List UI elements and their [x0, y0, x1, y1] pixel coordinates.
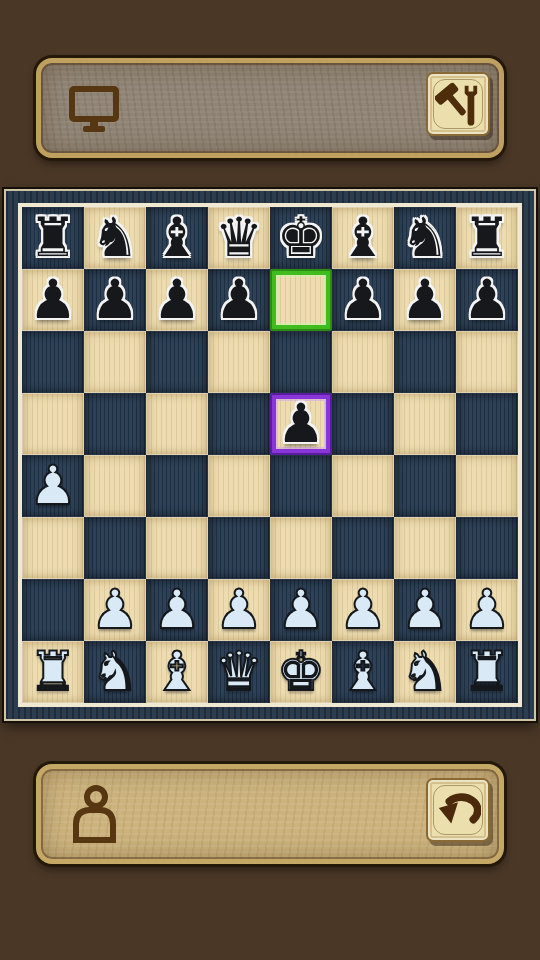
- square-e8[interactable]: ♚: [270, 207, 332, 269]
- undo-button[interactable]: [426, 778, 490, 842]
- piece-black-rook: ♜: [29, 207, 77, 269]
- piece-white-pawn: ♟: [91, 579, 139, 641]
- square-b7[interactable]: ♟: [84, 269, 146, 331]
- board-inner-border: ♜♞♝♛♚♝♞♜♟♟♟♟♟♟♟♟♟♟♟♟♟♟♟♟♜♞♝♛♚♝♞♜: [18, 203, 522, 707]
- square-g4[interactable]: [394, 455, 456, 517]
- square-b4[interactable]: [84, 455, 146, 517]
- square-b3[interactable]: [84, 517, 146, 579]
- square-c6[interactable]: [146, 331, 208, 393]
- piece-black-pawn: ♟: [29, 269, 77, 331]
- piece-black-pawn: ♟: [339, 269, 387, 331]
- app-screen: ♜♞♝♛♚♝♞♜♟♟♟♟♟♟♟♟♟♟♟♟♟♟♟♟♜♞♝♛♚♝♞♜: [0, 0, 540, 960]
- square-a7[interactable]: ♟: [22, 269, 84, 331]
- piece-white-pawn: ♟: [153, 579, 201, 641]
- piece-white-knight: ♞: [91, 641, 139, 703]
- square-h4[interactable]: [456, 455, 518, 517]
- square-e5[interactable]: ♟: [270, 393, 332, 455]
- piece-white-pawn: ♟: [401, 579, 449, 641]
- square-b2[interactable]: ♟: [84, 579, 146, 641]
- piece-white-pawn: ♟: [463, 579, 511, 641]
- square-c8[interactable]: ♝: [146, 207, 208, 269]
- piece-black-pawn: ♟: [153, 269, 201, 331]
- square-d6[interactable]: [208, 331, 270, 393]
- square-f1[interactable]: ♝: [332, 641, 394, 703]
- square-e3[interactable]: [270, 517, 332, 579]
- piece-white-pawn: ♟: [277, 579, 325, 641]
- human-player-icon-svg: [68, 784, 120, 844]
- piece-white-queen: ♛: [215, 641, 263, 703]
- piece-white-knight: ♞: [401, 641, 449, 703]
- undo-icon: [435, 787, 481, 833]
- square-d7[interactable]: ♟: [208, 269, 270, 331]
- bottom-bar: [36, 764, 504, 864]
- square-a3[interactable]: [22, 517, 84, 579]
- square-e1[interactable]: ♚: [270, 641, 332, 703]
- square-h8[interactable]: ♜: [456, 207, 518, 269]
- square-a1[interactable]: ♜: [22, 641, 84, 703]
- square-g7[interactable]: ♟: [394, 269, 456, 331]
- square-f2[interactable]: ♟: [332, 579, 394, 641]
- chess-board: ♜♞♝♛♚♝♞♜♟♟♟♟♟♟♟♟♟♟♟♟♟♟♟♟♜♞♝♛♚♝♞♜: [4, 189, 536, 721]
- piece-black-knight: ♞: [91, 207, 139, 269]
- square-h2[interactable]: ♟: [456, 579, 518, 641]
- piece-black-knight: ♞: [401, 207, 449, 269]
- square-f8[interactable]: ♝: [332, 207, 394, 269]
- square-b6[interactable]: [84, 331, 146, 393]
- square-a6[interactable]: [22, 331, 84, 393]
- square-e6[interactable]: [270, 331, 332, 393]
- square-g1[interactable]: ♞: [394, 641, 456, 703]
- computer-monitor-icon-svg: [67, 81, 121, 135]
- square-d2[interactable]: ♟: [208, 579, 270, 641]
- square-f5[interactable]: [332, 393, 394, 455]
- square-g6[interactable]: [394, 331, 456, 393]
- settings-tools-button[interactable]: [426, 72, 490, 136]
- piece-white-rook: ♜: [29, 641, 77, 703]
- square-d8[interactable]: ♛: [208, 207, 270, 269]
- square-f7[interactable]: ♟: [332, 269, 394, 331]
- square-c2[interactable]: ♟: [146, 579, 208, 641]
- square-b1[interactable]: ♞: [84, 641, 146, 703]
- square-b5[interactable]: [84, 393, 146, 455]
- square-b8[interactable]: ♞: [84, 207, 146, 269]
- piece-white-bishop: ♝: [339, 641, 387, 703]
- square-g8[interactable]: ♞: [394, 207, 456, 269]
- square-d1[interactable]: ♛: [208, 641, 270, 703]
- square-a2[interactable]: [22, 579, 84, 641]
- square-h5[interactable]: [456, 393, 518, 455]
- square-c7[interactable]: ♟: [146, 269, 208, 331]
- piece-black-bishop: ♝: [339, 207, 387, 269]
- piece-white-rook: ♜: [463, 641, 511, 703]
- piece-white-king: ♚: [277, 641, 325, 703]
- square-d4[interactable]: [208, 455, 270, 517]
- square-c3[interactable]: [146, 517, 208, 579]
- square-g3[interactable]: [394, 517, 456, 579]
- square-e4[interactable]: [270, 455, 332, 517]
- piece-white-pawn: ♟: [339, 579, 387, 641]
- piece-white-pawn: ♟: [215, 579, 263, 641]
- piece-black-rook: ♜: [463, 207, 511, 269]
- piece-white-pawn: ♟: [29, 455, 77, 517]
- square-e7[interactable]: [270, 269, 332, 331]
- square-c5[interactable]: [146, 393, 208, 455]
- piece-black-king: ♚: [277, 207, 325, 269]
- square-e2[interactable]: ♟: [270, 579, 332, 641]
- square-d5[interactable]: [208, 393, 270, 455]
- square-a5[interactable]: [22, 393, 84, 455]
- square-d3[interactable]: [208, 517, 270, 579]
- piece-black-pawn: ♟: [277, 393, 325, 455]
- piece-black-pawn: ♟: [215, 269, 263, 331]
- top-bar: [36, 58, 504, 158]
- square-c4[interactable]: [146, 455, 208, 517]
- square-h7[interactable]: ♟: [456, 269, 518, 331]
- square-h1[interactable]: ♜: [456, 641, 518, 703]
- square-g5[interactable]: [394, 393, 456, 455]
- square-c1[interactable]: ♝: [146, 641, 208, 703]
- board-grid: ♜♞♝♛♚♝♞♜♟♟♟♟♟♟♟♟♟♟♟♟♟♟♟♟♜♞♝♛♚♝♞♜: [22, 207, 518, 703]
- square-f4[interactable]: [332, 455, 394, 517]
- piece-black-queen: ♛: [215, 207, 263, 269]
- square-g2[interactable]: ♟: [394, 579, 456, 641]
- square-f6[interactable]: [332, 331, 394, 393]
- piece-black-pawn: ♟: [463, 269, 511, 331]
- square-h6[interactable]: [456, 331, 518, 393]
- square-h3[interactable]: [456, 517, 518, 579]
- square-f3[interactable]: [332, 517, 394, 579]
- square-a4[interactable]: ♟: [22, 455, 84, 517]
- piece-white-bishop: ♝: [153, 641, 201, 703]
- square-a8[interactable]: ♜: [22, 207, 84, 269]
- human-player-icon: [67, 784, 121, 844]
- piece-black-pawn: ♟: [91, 269, 139, 331]
- piece-black-bishop: ♝: [153, 207, 201, 269]
- tools-icon: [435, 81, 481, 127]
- piece-black-pawn: ♟: [401, 269, 449, 331]
- computer-monitor-icon: [67, 78, 121, 138]
